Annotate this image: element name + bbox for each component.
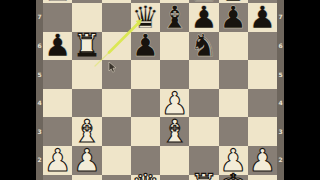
square-b5[interactable] — [72, 60, 101, 89]
square-d6[interactable]: ♟ — [131, 32, 160, 61]
square-c2[interactable] — [102, 146, 131, 175]
square-g4[interactable] — [219, 89, 248, 118]
piece-black-pawn: ♟ — [44, 30, 72, 61]
piece-white-queen: ♛ — [131, 170, 159, 180]
square-h4[interactable] — [248, 89, 277, 118]
square-f4[interactable] — [189, 89, 218, 118]
square-d4[interactable] — [131, 89, 160, 118]
square-h2[interactable]: ♟ — [248, 146, 277, 175]
square-h6[interactable] — [248, 32, 277, 61]
square-a4[interactable] — [43, 89, 72, 118]
square-h7[interactable]: ♟ — [248, 3, 277, 32]
square-g1[interactable]: ♚ — [219, 175, 248, 180]
square-g6[interactable] — [219, 32, 248, 61]
square-e1[interactable] — [160, 175, 189, 180]
piece-black-pawn: ♟ — [248, 2, 276, 33]
square-e6[interactable] — [160, 32, 189, 61]
square-c6[interactable] — [102, 32, 131, 61]
square-e2[interactable] — [160, 146, 189, 175]
square-d5[interactable] — [131, 60, 160, 89]
piece-white-king: ♚ — [219, 170, 247, 180]
square-c5[interactable] — [102, 60, 131, 89]
square-a5[interactable] — [43, 60, 72, 89]
square-c1[interactable] — [102, 175, 131, 180]
square-f5[interactable] — [189, 60, 218, 89]
video-frame: ♜♜♚♛♝♟♟♟♟♜♟♞♟♝♝♟♟♟♟♛♜♚ 776655443322 — [0, 0, 320, 180]
piece-black-rook: ♜ — [44, 0, 72, 6]
square-f8[interactable]: ♜ — [189, 0, 218, 3]
square-f6[interactable]: ♞ — [189, 32, 218, 61]
square-f1[interactable]: ♜ — [189, 175, 218, 180]
piece-white-pawn: ♟ — [44, 145, 72, 176]
square-c3[interactable] — [102, 117, 131, 146]
square-d1[interactable]: ♛ — [131, 175, 160, 180]
square-h1[interactable] — [248, 175, 277, 180]
square-b6[interactable]: ♜ — [72, 32, 101, 61]
square-g5[interactable] — [219, 60, 248, 89]
square-a1[interactable] — [43, 175, 72, 180]
piece-black-rook: ♜ — [190, 0, 218, 6]
square-g8[interactable]: ♚ — [219, 0, 248, 3]
right-black-bar — [284, 0, 320, 180]
square-e7[interactable]: ♝ — [160, 3, 189, 32]
left-black-bar — [0, 0, 36, 180]
square-b2[interactable]: ♟ — [72, 146, 101, 175]
piece-white-bishop: ♝ — [161, 116, 189, 147]
square-c7[interactable] — [102, 3, 131, 32]
square-e3[interactable]: ♝ — [160, 117, 189, 146]
piece-black-king: ♚ — [219, 0, 247, 6]
piece-black-bishop: ♝ — [161, 2, 189, 33]
chess-board[interactable]: ♜♜♚♛♝♟♟♟♟♜♟♞♟♝♝♟♟♟♟♛♜♚ — [43, 0, 277, 180]
piece-white-pawn: ♟ — [248, 145, 276, 176]
piece-black-knight: ♞ — [190, 30, 218, 61]
piece-white-rook: ♜ — [73, 30, 101, 61]
piece-white-rook: ♜ — [190, 170, 218, 180]
square-h5[interactable] — [248, 60, 277, 89]
square-d3[interactable] — [131, 117, 160, 146]
square-a6[interactable]: ♟ — [43, 32, 72, 61]
square-a8[interactable]: ♜ — [43, 0, 72, 3]
square-f3[interactable] — [189, 117, 218, 146]
piece-white-pawn: ♟ — [73, 145, 101, 176]
square-a2[interactable]: ♟ — [43, 146, 72, 175]
square-c4[interactable] — [102, 89, 131, 118]
square-b1[interactable] — [72, 175, 101, 180]
piece-black-pawn: ♟ — [131, 30, 159, 61]
